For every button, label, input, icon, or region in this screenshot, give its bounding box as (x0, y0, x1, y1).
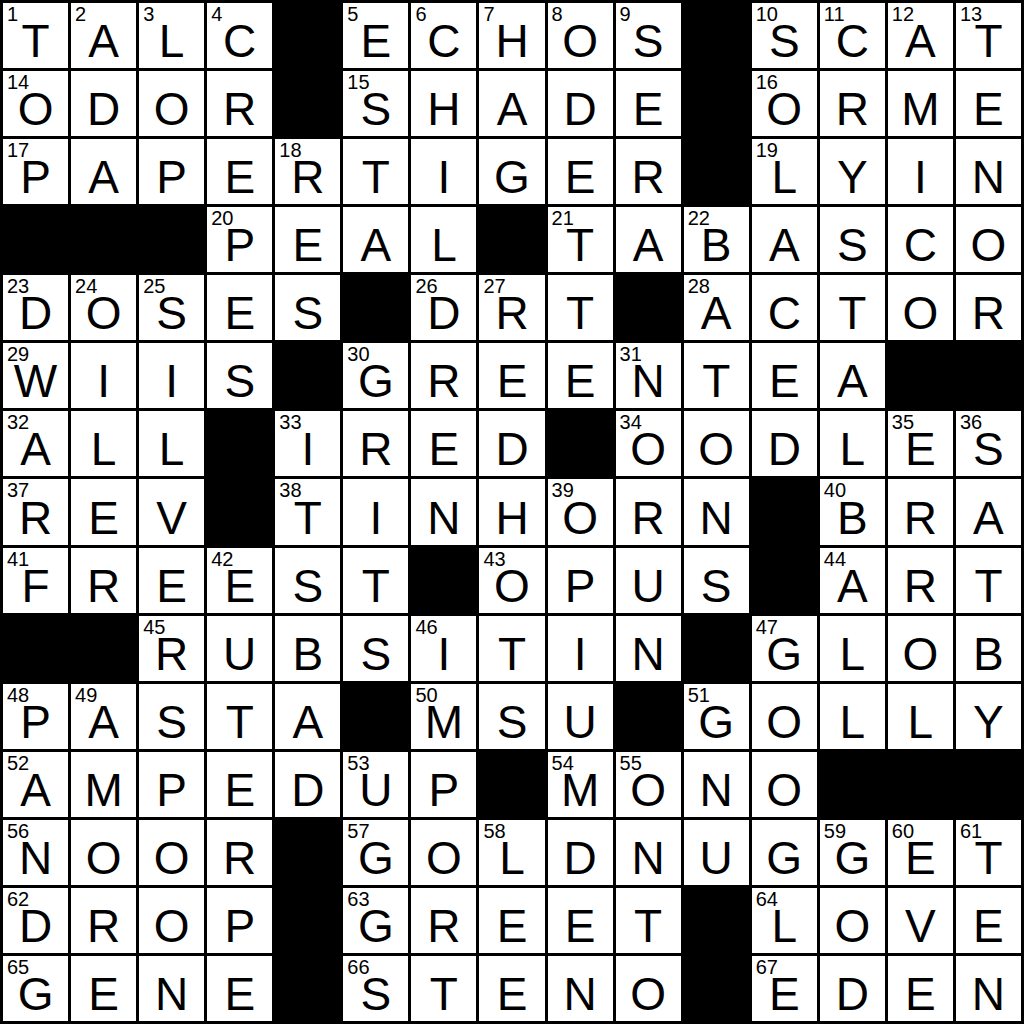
cell-letter: A (752, 222, 817, 268)
cell-letter: O (3, 86, 68, 132)
cell-letter: E (888, 971, 953, 1017)
cell-r15c6[interactable]: 66S (343, 956, 408, 1021)
cell-r2c1[interactable]: 14O (3, 71, 68, 136)
cell-r2c8[interactable]: A (479, 71, 544, 136)
cell-r10c5[interactable]: B (275, 616, 340, 681)
cell-letter: P (207, 903, 272, 949)
cell-letter: B (684, 222, 749, 268)
cell-r11c15[interactable]: Y (956, 684, 1021, 749)
cell-r3c3[interactable]: P (139, 139, 204, 204)
cell-r15c2[interactable]: E (71, 956, 136, 1021)
cell-letter: O (888, 290, 953, 336)
cell-r14c7[interactable]: R (411, 888, 476, 953)
cell-r7c13[interactable]: L (820, 411, 885, 476)
cell-r7c15[interactable]: 36S (956, 411, 1021, 476)
cell-r3c1[interactable]: 17P (3, 139, 68, 204)
cell-letter: A (275, 699, 340, 745)
cell-letter: N (548, 971, 613, 1017)
cell-r11c11[interactable]: 51G (684, 684, 749, 749)
cell-r3c13[interactable]: Y (820, 139, 885, 204)
cell-letter: O (752, 86, 817, 132)
cell-r1c10[interactable]: 9S (616, 3, 681, 68)
cell-letter: L (752, 903, 817, 949)
cell-r6c9[interactable]: E (548, 343, 613, 408)
cell-r2c9[interactable]: D (548, 71, 613, 136)
cell-r7c2[interactable]: L (71, 411, 136, 476)
block-r2c5 (275, 71, 340, 136)
cell-r7c6[interactable]: R (343, 411, 408, 476)
cell-letter: S (343, 86, 408, 132)
cell-r10c9[interactable]: I (548, 616, 613, 681)
block-r1c11 (684, 3, 749, 68)
cell-r11c12[interactable]: O (752, 684, 817, 749)
cell-r13c2[interactable]: O (71, 820, 136, 885)
cell-r15c9[interactable]: N (548, 956, 613, 1021)
cell-letter: O (479, 563, 544, 609)
cell-r7c7[interactable]: E (411, 411, 476, 476)
cell-letter: R (888, 495, 953, 541)
cell-r12c2[interactable]: M (71, 752, 136, 817)
cell-r13c11[interactable]: U (684, 820, 749, 885)
cell-letter: S (479, 699, 544, 745)
cell-r11c9[interactable]: U (548, 684, 613, 749)
cell-r12c12[interactable]: O (752, 752, 817, 817)
cell-r14c15[interactable]: E (956, 888, 1021, 953)
cell-r2c7[interactable]: H (411, 71, 476, 136)
block-r5c6 (343, 275, 408, 340)
cell-letter: E (207, 563, 272, 609)
cell-r2c12[interactable]: 16O (752, 71, 817, 136)
cell-r11c13[interactable]: L (820, 684, 885, 749)
cell-r14c6[interactable]: 63G (343, 888, 408, 953)
cell-letter: E (548, 358, 613, 404)
cell-letter: D (3, 903, 68, 949)
cell-letter: P (207, 222, 272, 268)
cell-r6c12[interactable]: E (752, 343, 817, 408)
cell-r11c14[interactable]: L (888, 684, 953, 749)
block-r7c4 (207, 411, 272, 476)
cell-r12c11[interactable]: N (684, 752, 749, 817)
cell-letter: E (752, 971, 817, 1017)
cell-letter: R (411, 358, 476, 404)
cell-r2c15[interactable]: E (956, 71, 1021, 136)
cell-letter: V (139, 495, 204, 541)
cell-r5c8[interactable]: 27R (479, 275, 544, 340)
cell-r7c5[interactable]: 33I (275, 411, 340, 476)
cell-r8c13[interactable]: 40B (820, 479, 885, 544)
cell-letter: A (3, 426, 68, 472)
cell-letter: C (752, 290, 817, 336)
cell-r1c4[interactable]: 4C (207, 3, 272, 68)
cell-letter: A (820, 358, 885, 404)
cell-letter: F (3, 563, 68, 609)
cell-letter: O (888, 631, 953, 677)
cell-r9c15[interactable]: T (956, 548, 1021, 613)
cell-r14c1[interactable]: 62D (3, 888, 68, 953)
cell-r15c8[interactable]: E (479, 956, 544, 1021)
cell-r3c2[interactable]: A (71, 139, 136, 204)
cell-r13c4[interactable]: R (207, 820, 272, 885)
cell-r7c11[interactable]: O (684, 411, 749, 476)
cell-letter: U (616, 563, 681, 609)
cell-letter: D (479, 426, 544, 472)
cell-letter: G (684, 699, 749, 745)
cell-r2c10[interactable]: E (616, 71, 681, 136)
block-r1c5 (275, 3, 340, 68)
cell-r13c9[interactable]: D (548, 820, 613, 885)
cell-letter: N (956, 154, 1021, 200)
cell-r8c8[interactable]: H (479, 479, 544, 544)
cell-r2c2[interactable]: D (71, 71, 136, 136)
cell-letter: E (71, 971, 136, 1017)
cell-letter: I (548, 631, 613, 677)
cell-letter: A (71, 699, 136, 745)
cell-r12c5[interactable]: D (275, 752, 340, 817)
cell-r11c5[interactable]: A (275, 684, 340, 749)
cell-r5c12[interactable]: C (752, 275, 817, 340)
cell-letter: R (616, 495, 681, 541)
cell-r15c10[interactable]: O (616, 956, 681, 1021)
cell-r3c15[interactable]: N (956, 139, 1021, 204)
cell-r13c7[interactable]: O (411, 820, 476, 885)
cell-letter: C (207, 18, 272, 64)
cell-r1c3[interactable]: 3L (139, 3, 204, 68)
cell-r10c7[interactable]: 46I (411, 616, 476, 681)
cell-r13c14[interactable]: 60E (888, 820, 953, 885)
cell-r2c14[interactable]: M (888, 71, 953, 136)
cell-r6c13[interactable]: A (820, 343, 885, 408)
cell-letter: T (820, 290, 885, 336)
cell-r3c10[interactable]: R (616, 139, 681, 204)
cell-r14c12[interactable]: 64L (752, 888, 817, 953)
cell-letter: U (684, 835, 749, 881)
cell-r4c7[interactable]: L (411, 207, 476, 272)
cell-r10c6[interactable]: S (343, 616, 408, 681)
cell-r2c4[interactable]: R (207, 71, 272, 136)
cell-r3c5[interactable]: 18R (275, 139, 340, 204)
cell-letter: G (479, 154, 544, 200)
cell-r1c13[interactable]: 11C (820, 3, 885, 68)
cell-r6c1[interactable]: 29W (3, 343, 68, 408)
cell-r8c1[interactable]: 37R (3, 479, 68, 544)
cell-r2c13[interactable]: R (820, 71, 885, 136)
cell-letter: A (820, 563, 885, 609)
cell-letter: L (139, 18, 204, 64)
cell-letter: A (684, 290, 749, 336)
cell-r1c7[interactable]: 6C (411, 3, 476, 68)
cell-letter: U (343, 767, 408, 813)
cell-r4c13[interactable]: S (820, 207, 885, 272)
cell-r8c15[interactable]: A (956, 479, 1021, 544)
cell-letter: M (411, 699, 476, 745)
cell-r1c9[interactable]: 8O (548, 3, 613, 68)
cell-r6c6[interactable]: 30G (343, 343, 408, 408)
cell-r4c11[interactable]: 22B (684, 207, 749, 272)
cell-letter: T (3, 18, 68, 64)
cell-r15c12[interactable]: 67E (752, 956, 817, 1021)
block-r15c11 (684, 956, 749, 1021)
cell-letter: S (956, 426, 1021, 472)
cell-r15c3[interactable]: N (139, 956, 204, 1021)
block-r8c4 (207, 479, 272, 544)
cell-r13c15[interactable]: 61T (956, 820, 1021, 885)
cell-letter: W (3, 358, 68, 404)
cell-r3c14[interactable]: I (888, 139, 953, 204)
cell-r8c10[interactable]: R (616, 479, 681, 544)
cell-letter: C (820, 18, 885, 64)
cell-r4c10[interactable]: A (616, 207, 681, 272)
cell-letter: O (71, 835, 136, 881)
cell-r12c1[interactable]: 52A (3, 752, 68, 817)
cell-r10c10[interactable]: N (616, 616, 681, 681)
cell-r11c8[interactable]: S (479, 684, 544, 749)
block-r4c1 (3, 207, 68, 272)
cell-r8c2[interactable]: E (71, 479, 136, 544)
cell-letter: O (752, 699, 817, 745)
cell-r5c11[interactable]: 28A (684, 275, 749, 340)
cell-letter: P (139, 154, 204, 200)
cell-letter: E (479, 903, 544, 949)
cell-r6c2[interactable]: I (71, 343, 136, 408)
cell-letter: S (139, 699, 204, 745)
cell-letter: E (343, 18, 408, 64)
block-r6c5 (275, 343, 340, 408)
cell-letter: I (139, 358, 204, 404)
cell-letter: O (820, 903, 885, 949)
cell-r10c3[interactable]: 45R (139, 616, 204, 681)
cell-r1c14[interactable]: 12A (888, 3, 953, 68)
cell-r13c1[interactable]: 56N (3, 820, 68, 885)
cell-r15c4[interactable]: E (207, 956, 272, 1021)
cell-r11c2[interactable]: 49A (71, 684, 136, 749)
cell-letter: R (71, 903, 136, 949)
cell-r9c5[interactable]: S (275, 548, 340, 613)
cell-letter: D (548, 86, 613, 132)
cell-r1c1[interactable]: 1T (3, 3, 68, 68)
cell-letter: A (343, 222, 408, 268)
cell-letter: P (3, 154, 68, 200)
cell-r8c3[interactable]: V (139, 479, 204, 544)
cell-r6c7[interactable]: R (411, 343, 476, 408)
cell-r14c2[interactable]: R (71, 888, 136, 953)
cell-r10c12[interactable]: 47G (752, 616, 817, 681)
cell-letter: U (548, 699, 613, 745)
cell-r9c9[interactable]: P (548, 548, 613, 613)
cell-letter: S (343, 631, 408, 677)
cell-r14c8[interactable]: E (479, 888, 544, 953)
cell-letter: S (684, 563, 749, 609)
cell-r6c11[interactable]: T (684, 343, 749, 408)
cell-r13c12[interactable]: G (752, 820, 817, 885)
cell-letter: E (479, 971, 544, 1017)
cell-r12c4[interactable]: E (207, 752, 272, 817)
cell-r4c14[interactable]: C (888, 207, 953, 272)
cell-letter: T (343, 154, 408, 200)
cell-r8c7[interactable]: N (411, 479, 476, 544)
cell-r5c14[interactable]: O (888, 275, 953, 340)
cell-r6c3[interactable]: I (139, 343, 204, 408)
cell-letter: A (616, 222, 681, 268)
cell-r5c4[interactable]: E (207, 275, 272, 340)
cell-letter: O (752, 767, 817, 813)
cell-r3c8[interactable]: G (479, 139, 544, 204)
cell-r15c7[interactable]: T (411, 956, 476, 1021)
cell-letter: N (684, 495, 749, 541)
cell-r8c14[interactable]: R (888, 479, 953, 544)
cell-letter: L (71, 426, 136, 472)
cell-letter: E (888, 426, 953, 472)
cell-r3c7[interactable]: I (411, 139, 476, 204)
cell-r12c3[interactable]: P (139, 752, 204, 817)
cell-r12c10[interactable]: 55O (616, 752, 681, 817)
cell-r14c10[interactable]: T (616, 888, 681, 953)
cell-r1c6[interactable]: 5E (343, 3, 408, 68)
cell-r1c8[interactable]: 7H (479, 3, 544, 68)
cell-letter: L (820, 426, 885, 472)
cell-letter: I (411, 631, 476, 677)
cell-r5c1[interactable]: 23D (3, 275, 68, 340)
cell-r14c4[interactable]: P (207, 888, 272, 953)
cell-r6c10[interactable]: 31N (616, 343, 681, 408)
cell-r4c12[interactable]: A (752, 207, 817, 272)
block-r12c14 (888, 752, 953, 817)
cell-letter: E (479, 358, 544, 404)
cell-r11c3[interactable]: S (139, 684, 204, 749)
cell-letter: R (207, 86, 272, 132)
block-r11c6 (343, 684, 408, 749)
cell-r1c2[interactable]: 2A (71, 3, 136, 68)
cell-r3c12[interactable]: 19L (752, 139, 817, 204)
cell-r14c14[interactable]: V (888, 888, 953, 953)
cell-letter: C (411, 18, 476, 64)
block-r10c11 (684, 616, 749, 681)
cell-letter: D (71, 86, 136, 132)
cell-r15c13[interactable]: D (820, 956, 885, 1021)
cell-r15c1[interactable]: 65G (3, 956, 68, 1021)
cell-r9c6[interactable]: T (343, 548, 408, 613)
cell-letter: L (479, 835, 544, 881)
cell-r11c7[interactable]: 50M (411, 684, 476, 749)
cell-r2c3[interactable]: O (139, 71, 204, 136)
cell-r5c13[interactable]: T (820, 275, 885, 340)
cell-letter: D (411, 290, 476, 336)
cell-r9c4[interactable]: 42E (207, 548, 272, 613)
cell-r7c8[interactable]: D (479, 411, 544, 476)
block-r12c15 (956, 752, 1021, 817)
cell-r12c9[interactable]: 54M (548, 752, 613, 817)
cell-r1c15[interactable]: 13T (956, 3, 1021, 68)
cell-r4c5[interactable]: E (275, 207, 340, 272)
cell-r12c6[interactable]: 53U (343, 752, 408, 817)
cell-r3c9[interactable]: E (548, 139, 613, 204)
cell-r7c1[interactable]: 32A (3, 411, 68, 476)
cell-r14c13[interactable]: O (820, 888, 885, 953)
cell-r5c15[interactable]: R (956, 275, 1021, 340)
cell-r13c13[interactable]: 59G (820, 820, 885, 885)
cell-r14c9[interactable]: E (548, 888, 613, 953)
cell-r9c14[interactable]: R (888, 548, 953, 613)
cell-r5c7[interactable]: 26D (411, 275, 476, 340)
cell-r2c6[interactable]: 15S (343, 71, 408, 136)
cell-r10c14[interactable]: O (888, 616, 953, 681)
cell-r4c15[interactable]: O (956, 207, 1021, 272)
cell-r5c9[interactable]: T (548, 275, 613, 340)
cell-r9c2[interactable]: R (71, 548, 136, 613)
cell-r7c3[interactable]: L (139, 411, 204, 476)
block-r10c1 (3, 616, 68, 681)
cell-r6c4[interactable]: S (207, 343, 272, 408)
cell-r5c2[interactable]: 24O (71, 275, 136, 340)
cell-letter: G (820, 835, 885, 881)
cell-letter: G (752, 631, 817, 677)
cell-r10c13[interactable]: L (820, 616, 885, 681)
cell-r7c12[interactable]: D (752, 411, 817, 476)
cell-r13c8[interactable]: 58L (479, 820, 544, 885)
block-r7c9 (548, 411, 613, 476)
cell-r10c15[interactable]: B (956, 616, 1021, 681)
cell-r1c12[interactable]: 10S (752, 3, 817, 68)
cell-r4c4[interactable]: 20P (207, 207, 272, 272)
cell-r3c6[interactable]: T (343, 139, 408, 204)
cell-r10c8[interactable]: T (479, 616, 544, 681)
cell-letter: R (207, 835, 272, 881)
cell-r15c15[interactable]: N (956, 956, 1021, 1021)
cell-r11c4[interactable]: T (207, 684, 272, 749)
cell-r12c7[interactable]: P (411, 752, 476, 817)
cell-letter: S (820, 222, 885, 268)
cell-r5c3[interactable]: 25S (139, 275, 204, 340)
cell-r9c3[interactable]: E (139, 548, 204, 613)
cell-letter: R (139, 631, 204, 677)
block-r9c12 (752, 548, 817, 613)
cell-letter: N (411, 495, 476, 541)
cell-r8c6[interactable]: I (343, 479, 408, 544)
cell-r7c14[interactable]: 35E (888, 411, 953, 476)
cell-letter: A (888, 18, 953, 64)
cell-r8c9[interactable]: 39O (548, 479, 613, 544)
cell-r13c3[interactable]: O (139, 820, 204, 885)
block-r6c14 (888, 343, 953, 408)
cell-r8c5[interactable]: 38T (275, 479, 340, 544)
cell-letter: N (684, 767, 749, 813)
cell-r3c4[interactable]: E (207, 139, 272, 204)
cell-r8c11[interactable]: N (684, 479, 749, 544)
cell-letter: T (343, 563, 408, 609)
cell-letter: A (71, 18, 136, 64)
cell-r15c14[interactable]: E (888, 956, 953, 1021)
cell-letter: T (411, 971, 476, 1017)
cell-r14c3[interactable]: O (139, 888, 204, 953)
cell-r9c10[interactable]: U (616, 548, 681, 613)
cell-r6c8[interactable]: E (479, 343, 544, 408)
block-r13c5 (275, 820, 340, 885)
cell-r4c6[interactable]: A (343, 207, 408, 272)
cell-r11c1[interactable]: 48P (3, 684, 68, 749)
cell-letter: E (275, 222, 340, 268)
cell-letter: B (820, 495, 885, 541)
cell-r4c9[interactable]: 21T (548, 207, 613, 272)
cell-r9c13[interactable]: 44A (820, 548, 885, 613)
cell-r9c8[interactable]: 43O (479, 548, 544, 613)
cell-r9c11[interactable]: S (684, 548, 749, 613)
cell-r9c1[interactable]: 41F (3, 548, 68, 613)
cell-r13c6[interactable]: 57G (343, 820, 408, 885)
cell-r13c10[interactable]: N (616, 820, 681, 885)
cell-r7c10[interactable]: 34O (616, 411, 681, 476)
cell-letter: O (616, 767, 681, 813)
cell-r10c4[interactable]: U (207, 616, 272, 681)
cell-r5c5[interactable]: S (275, 275, 340, 340)
